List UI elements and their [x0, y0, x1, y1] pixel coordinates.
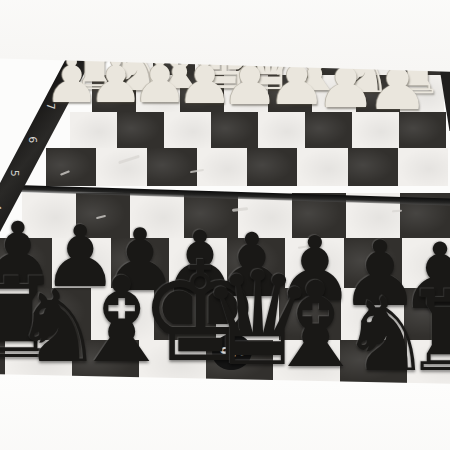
rank-label-5: 5: [8, 170, 21, 177]
square-f5[interactable]: [147, 148, 197, 186]
square-h5[interactable]: [46, 148, 96, 186]
black-rook-a8[interactable]: ♜: [402, 287, 450, 377]
square-d5[interactable]: [247, 148, 297, 186]
square-c5[interactable]: [297, 148, 347, 186]
square-h6[interactable]: [70, 112, 117, 148]
chessboard-photo: 7 6 5 4 SA ♜♞♝♚♛♝♞♜♟♟♟♟♟♟♟♟♟♟♟♟♟♟♟♟♜♞♝♚♛…: [0, 0, 450, 450]
board-rank-row-5: [46, 148, 448, 186]
square-g6[interactable]: [117, 112, 164, 148]
square-b5[interactable]: [348, 148, 398, 186]
square-e5[interactable]: [197, 148, 247, 186]
square-a5[interactable]: [398, 148, 448, 186]
square-g5[interactable]: [96, 148, 146, 186]
rank-label-6: 6: [26, 136, 39, 143]
